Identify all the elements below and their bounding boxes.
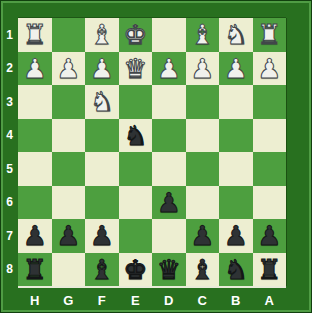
square-H7[interactable]: ♟	[18, 219, 52, 253]
square-A4[interactable]	[253, 119, 287, 153]
square-F1[interactable]: ♝	[85, 18, 119, 52]
piece-black-pawn[interactable]: ♟	[157, 189, 181, 216]
piece-black-pawn[interactable]: ♟	[190, 222, 214, 249]
square-B4[interactable]	[219, 119, 253, 153]
square-B6[interactable]	[219, 186, 253, 220]
square-G5[interactable]	[52, 152, 86, 186]
piece-black-pawn[interactable]: ♟	[257, 222, 281, 249]
file-label-F: F	[85, 289, 119, 311]
square-A3[interactable]	[253, 85, 287, 119]
piece-white-pawn[interactable]: ♟	[190, 55, 214, 82]
square-H4[interactable]	[18, 119, 52, 153]
square-D7[interactable]	[152, 219, 186, 253]
square-E8[interactable]: ♚	[119, 253, 153, 287]
piece-white-pawn[interactable]: ♟	[23, 55, 47, 82]
rank-labels: 12345678	[1, 18, 18, 286]
piece-white-bishop[interactable]: ♝	[190, 21, 214, 48]
square-G4[interactable]	[52, 119, 86, 153]
square-F4[interactable]	[85, 119, 119, 153]
square-C7[interactable]: ♟	[186, 219, 220, 253]
square-E1[interactable]: ♚	[119, 18, 153, 52]
square-E3[interactable]	[119, 85, 153, 119]
piece-white-rook[interactable]: ♜	[257, 21, 281, 48]
file-label-D: D	[152, 289, 186, 311]
square-F8[interactable]: ♝	[85, 253, 119, 287]
square-F2[interactable]: ♟	[85, 52, 119, 86]
square-F5[interactable]	[85, 152, 119, 186]
chess-board[interactable]: ♜♝♚♝♞♜♟♟♟♛♟♟♟♟♞♞♟♟♟♟♟♟♟♜♝♚♛♝♞♜	[18, 18, 286, 286]
piece-black-rook[interactable]: ♜	[23, 256, 47, 283]
rank-label-3: 3	[1, 85, 18, 119]
piece-white-pawn[interactable]: ♟	[157, 55, 181, 82]
piece-black-pawn[interactable]: ♟	[23, 222, 47, 249]
square-H3[interactable]	[18, 85, 52, 119]
square-A1[interactable]: ♜	[253, 18, 287, 52]
piece-white-knight[interactable]: ♞	[224, 21, 248, 48]
file-label-A: A	[253, 289, 287, 311]
square-D6[interactable]: ♟	[152, 186, 186, 220]
piece-black-pawn[interactable]: ♟	[56, 222, 80, 249]
square-G3[interactable]	[52, 85, 86, 119]
square-H2[interactable]: ♟	[18, 52, 52, 86]
square-F3[interactable]: ♞	[85, 85, 119, 119]
file-label-C: C	[186, 289, 220, 311]
rank-label-2: 2	[1, 52, 18, 86]
square-C8[interactable]: ♝	[186, 253, 220, 287]
file-labels: HGFEDCBA	[18, 289, 286, 311]
piece-white-pawn[interactable]: ♟	[224, 55, 248, 82]
square-D2[interactable]: ♟	[152, 52, 186, 86]
piece-white-pawn[interactable]: ♟	[56, 55, 80, 82]
square-G6[interactable]	[52, 186, 86, 220]
square-H8[interactable]: ♜	[18, 253, 52, 287]
square-A5[interactable]	[253, 152, 287, 186]
square-D8[interactable]: ♛	[152, 253, 186, 287]
square-D5[interactable]	[152, 152, 186, 186]
piece-black-bishop[interactable]: ♝	[190, 256, 214, 283]
square-D1[interactable]	[152, 18, 186, 52]
piece-black-pawn[interactable]: ♟	[90, 222, 114, 249]
square-E4[interactable]: ♞	[119, 119, 153, 153]
square-E7[interactable]	[119, 219, 153, 253]
piece-white-king[interactable]: ♚	[123, 21, 147, 48]
square-C2[interactable]: ♟	[186, 52, 220, 86]
square-G7[interactable]: ♟	[52, 219, 86, 253]
square-B5[interactable]	[219, 152, 253, 186]
square-G8[interactable]	[52, 253, 86, 287]
file-label-B: B	[219, 289, 253, 311]
square-A2[interactable]: ♟	[253, 52, 287, 86]
square-C5[interactable]	[186, 152, 220, 186]
rank-label-4: 4	[1, 119, 18, 153]
file-label-G: G	[52, 289, 86, 311]
square-F6[interactable]	[85, 186, 119, 220]
square-F7[interactable]: ♟	[85, 219, 119, 253]
piece-white-pawn[interactable]: ♟	[90, 55, 114, 82]
file-label-H: H	[18, 289, 52, 311]
piece-white-rook[interactable]: ♜	[23, 21, 47, 48]
square-C3[interactable]	[186, 85, 220, 119]
square-A6[interactable]	[253, 186, 287, 220]
piece-black-bishop[interactable]: ♝	[90, 256, 114, 283]
piece-black-king[interactable]: ♚	[123, 256, 147, 283]
piece-black-rook[interactable]: ♜	[257, 256, 281, 283]
piece-black-knight[interactable]: ♞	[123, 122, 147, 149]
square-E2[interactable]: ♛	[119, 52, 153, 86]
rank-label-1: 1	[1, 18, 18, 52]
piece-white-knight[interactable]: ♞	[90, 88, 114, 115]
piece-white-bishop[interactable]: ♝	[90, 21, 114, 48]
piece-black-queen[interactable]: ♛	[157, 256, 181, 283]
square-G1[interactable]	[52, 18, 86, 52]
rank-label-5: 5	[1, 152, 18, 186]
square-B1[interactable]: ♞	[219, 18, 253, 52]
rank-label-8: 8	[1, 253, 18, 287]
square-C6[interactable]	[186, 186, 220, 220]
square-E5[interactable]	[119, 152, 153, 186]
square-H1[interactable]: ♜	[18, 18, 52, 52]
piece-white-pawn[interactable]: ♟	[257, 55, 281, 82]
square-D4[interactable]	[152, 119, 186, 153]
file-label-E: E	[119, 289, 153, 311]
piece-white-queen[interactable]: ♛	[123, 55, 147, 82]
square-E6[interactable]	[119, 186, 153, 220]
piece-black-knight[interactable]: ♞	[224, 256, 248, 283]
piece-black-pawn[interactable]: ♟	[224, 222, 248, 249]
square-B8[interactable]: ♞	[219, 253, 253, 287]
square-C4[interactable]	[186, 119, 220, 153]
square-C1[interactable]: ♝	[186, 18, 220, 52]
rank-label-6: 6	[1, 186, 18, 220]
square-A8[interactable]: ♜	[253, 253, 287, 287]
square-H6[interactable]	[18, 186, 52, 220]
square-B3[interactable]	[219, 85, 253, 119]
square-G2[interactable]: ♟	[52, 52, 86, 86]
square-H5[interactable]	[18, 152, 52, 186]
square-B7[interactable]: ♟	[219, 219, 253, 253]
chess-board-frame: 12345678 ♜♝♚♝♞♜♟♟♟♛♟♟♟♟♞♞♟♟♟♟♟♟♟♜♝♚♛♝♞♜ …	[0, 0, 312, 313]
square-D3[interactable]	[152, 85, 186, 119]
square-A7[interactable]: ♟	[253, 219, 287, 253]
rank-label-7: 7	[1, 219, 18, 253]
square-B2[interactable]: ♟	[219, 52, 253, 86]
